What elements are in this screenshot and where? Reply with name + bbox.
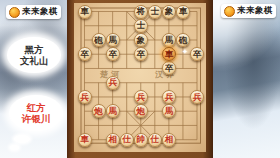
xiangqi-piece-black-f8r8[interactable]: 砲 [176, 33, 190, 47]
bubble-tail [10, 145, 19, 150]
xiangqi-board: 楚河 汉界 車将士象車士砲馬象馬砲卒卒卒卒卒車兵兵兵兵兵炮馬炮馬車相仕帥仕相✦ [67, 0, 213, 158]
xiangqi-piece-red-f9r4[interactable]: 兵 [190, 90, 204, 104]
app-badge-right: 来来象棋 [221, 4, 276, 18]
xiangqi-piece-black-f6r10[interactable]: 士 [148, 5, 162, 19]
right-photo-panel [213, 0, 280, 158]
app-badge-left: 来来象棋 [6, 5, 61, 19]
xiangqi-piece-black-f8r10[interactable]: 車 [176, 5, 190, 19]
xiangqi-piece-black-f5r8[interactable]: 象 [134, 33, 148, 47]
lion-mascot-icon [9, 7, 20, 18]
left-photo-panel: 黑方 文礼山 红方 许银川 [0, 0, 67, 158]
red-player-bubble: 红方 许银川 [9, 95, 63, 131]
xiangqi-piece-red-f7r7[interactable]: 車 [162, 47, 176, 61]
xiangqi-piece-black-f5r10[interactable]: 将 [134, 5, 148, 19]
lion-mascot-icon [224, 6, 235, 17]
xiangqi-piece-red-f5r1[interactable]: 帥 [134, 133, 148, 147]
xiangqi-piece-red-f6r1[interactable]: 仕 [148, 133, 162, 147]
xiangqi-piece-black-f5r9[interactable]: 士 [134, 19, 148, 33]
xiangqi-piece-red-f7r3[interactable]: 馬 [162, 104, 176, 118]
board-surface[interactable]: 楚河 汉界 車将士象車士砲馬象馬砲卒卒卒卒卒車兵兵兵兵兵炮馬炮馬車相仕帥仕相✦ [74, 3, 206, 152]
xiangqi-piece-red-f1r4[interactable]: 兵 [78, 90, 92, 104]
xiangqi-piece-black-f2r8[interactable]: 砲 [92, 33, 106, 47]
xiangqi-piece-red-f5r3[interactable]: 炮 [134, 104, 148, 118]
xiangqi-piece-red-f3r1[interactable]: 相 [106, 133, 120, 147]
black-player-name: 文礼山 [20, 55, 49, 66]
xiangqi-piece-red-f4r1[interactable]: 仕 [120, 133, 134, 147]
xiangqi-piece-red-f3r5[interactable]: 兵 [106, 76, 120, 90]
xiangqi-piece-red-f7r1[interactable]: 相 [162, 133, 176, 147]
app-name: 来来象棋 [237, 5, 273, 17]
red-side-label: 红方 [27, 102, 46, 113]
black-player-bubble: 黑方 文礼山 [7, 37, 61, 73]
xiangqi-piece-black-f1r7[interactable]: 卒 [78, 47, 92, 61]
xiangqi-piece-red-f1r1[interactable]: 車 [78, 133, 92, 147]
xiangqi-piece-black-f1r10[interactable]: 車 [78, 5, 92, 19]
xiangqi-piece-red-f5r4[interactable]: 兵 [134, 90, 148, 104]
black-side-label: 黑方 [25, 44, 44, 55]
xiangqi-piece-black-f3r8[interactable]: 馬 [106, 33, 120, 47]
xiangqi-piece-red-f2r3[interactable]: 炮 [92, 104, 106, 118]
sparkle-icon: ✦ [182, 48, 188, 56]
xiangqi-piece-black-f7r10[interactable]: 象 [162, 5, 176, 19]
red-player-name: 许银川 [22, 113, 51, 124]
xiangqi-piece-black-f5r7[interactable]: 卒 [134, 47, 148, 61]
bubble-tail [14, 135, 30, 143]
xiangqi-piece-black-f3r7[interactable]: 卒 [106, 47, 120, 61]
xiangqi-piece-red-f7r4[interactable]: 兵 [162, 90, 176, 104]
xiangqi-piece-black-f7r8[interactable]: 馬 [162, 33, 176, 47]
xiangqi-piece-red-f3r3[interactable]: 馬 [106, 104, 120, 118]
game-screen: 黑方 文礼山 红方 许银川 楚河 汉界 車将士象車士砲馬象馬砲卒卒卒卒卒車兵兵兵… [0, 0, 280, 158]
app-name: 来来象棋 [22, 6, 58, 18]
